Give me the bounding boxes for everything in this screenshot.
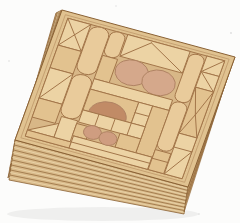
wooden-blocks-photo	[0, 0, 240, 223]
photo-canvas	[0, 0, 240, 223]
